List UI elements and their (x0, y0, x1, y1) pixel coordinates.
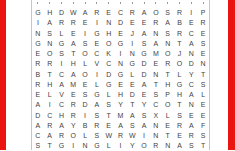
grid-cell-r3c1: S (44, 28, 56, 38)
grid-cell-r1c12: R (174, 8, 186, 18)
grid-cell-r6c2: I (56, 59, 68, 69)
grid-cell-r8c11: H (162, 79, 174, 89)
grid-cell-r11c12: S (174, 110, 186, 120)
grid-cell-r7c13: Y (185, 69, 197, 79)
grid-cell-r6c6: C (103, 59, 115, 69)
grid-cell-r1c2: D (56, 8, 68, 18)
grid-cell-r12c1: R (44, 120, 56, 130)
grid-cell-r5c2: S (56, 49, 68, 59)
page-frame-left (0, 0, 6, 150)
grid-cell-r10c9: Y (138, 100, 150, 110)
grid-cell-r9c3: E (67, 90, 79, 100)
clipped-top-row (32, 0, 209, 4)
grid-cell-r9c1: L (44, 90, 56, 100)
grid-cell-r10c12: T (174, 100, 186, 110)
grid-cell-r9c9: E (138, 90, 150, 100)
grid-cell-r11c1: C (44, 110, 56, 120)
grid-cell-r8c14: S (197, 79, 209, 89)
grid-cell-r1c8: R (126, 8, 138, 18)
grid-cell-r6c8: G (126, 59, 138, 69)
grid-cell-r6c3: H (67, 59, 79, 69)
grid-cell-r12c10: N (150, 120, 162, 130)
grid-cell-r12c4: B (79, 120, 91, 130)
grid-cell-r12c8: S (126, 120, 138, 130)
clipped-letter-tip (185, 0, 197, 4)
grid-cell-r13c1: A (44, 131, 56, 141)
grid-cell-r5c4: O (79, 49, 91, 59)
grid-cell-r3c3: E (67, 28, 79, 38)
grid-cell-r14c4: N (79, 141, 91, 150)
grid-cell-r13c12: E (174, 131, 186, 141)
grid-cell-r4c7: G (115, 38, 127, 48)
clipped-letter-tip (79, 0, 91, 4)
grid-cell-r10c3: R (67, 100, 79, 110)
grid-cell-r10c10: C (150, 100, 162, 110)
clipped-letter-tip (115, 0, 127, 4)
grid-cell-r8c6: G (103, 79, 115, 89)
grid-cell-r14c1: T (44, 141, 56, 150)
grid-cell-r11c11: L (162, 110, 174, 120)
grid-cell-r2c14: R (197, 18, 209, 28)
grid-cell-r14c7: I (115, 141, 127, 150)
grid-cell-r1c0: G (32, 8, 44, 18)
grid-cell-r7c8: L (126, 69, 138, 79)
grid-cell-r1c3: W (67, 8, 79, 18)
grid-cell-r2c2: R (56, 18, 68, 28)
grid-cell-r3c9: A (138, 28, 150, 38)
grid-cell-r8c0: R (32, 79, 44, 89)
grid-cell-r2c10: R (150, 18, 162, 28)
grid-cell-r9c6: L (103, 90, 115, 100)
page-frame-right (228, 0, 235, 150)
grid-cell-r4c1: N (44, 38, 56, 48)
grid-cell-r7c5: I (91, 69, 103, 79)
clipped-letter-tip (162, 0, 174, 4)
grid-cell-r12c5: R (91, 120, 103, 130)
grid-cell-r10c14: E (197, 100, 209, 110)
grid-cell-r6c5: V (91, 59, 103, 69)
grid-cell-r8c3: M (67, 79, 79, 89)
grid-cell-r1c1: H (44, 8, 56, 18)
grid-cell-r6c12: O (174, 59, 186, 69)
grid-cell-r14c6: L (103, 141, 115, 150)
grid-cell-r12c3: Y (67, 120, 79, 130)
grid-cell-r1c13: I (185, 8, 197, 18)
grid-cell-r8c7: E (115, 79, 127, 89)
grid-cell-r1c9: A (138, 8, 150, 18)
grid-cell-r7c1: T (44, 69, 56, 79)
grid-cell-r7c12: L (174, 69, 186, 79)
grid-cell-r13c3: O (67, 131, 79, 141)
grid-cell-r1c11: S (162, 8, 174, 18)
grid-cell-r11c4: I (79, 110, 91, 120)
grid-cell-r4c8: I (126, 38, 138, 48)
grid-cell-r13c6: W (103, 131, 115, 141)
grid-cell-r7c3: A (67, 69, 79, 79)
grid-cell-r2c3: R (67, 18, 79, 28)
grid-cell-r14c5: G (91, 141, 103, 150)
grid-cell-r4c0: G (32, 38, 44, 48)
grid-cell-r5c5: C (91, 49, 103, 59)
grid-cell-r2c13: E (185, 18, 197, 28)
grid-cell-r4c6: O (103, 38, 115, 48)
grid-cell-r1c14: P (197, 8, 209, 18)
grid-cell-r3c10: N (150, 28, 162, 38)
grid-cell-r3c12: R (174, 28, 186, 38)
grid-cell-r4c2: G (56, 38, 68, 48)
grid-cell-r5c9: G (138, 49, 150, 59)
grid-cell-r14c2: G (56, 141, 68, 150)
grid-cell-r5c12: J (174, 49, 186, 59)
grid-cell-r8c13: C (185, 79, 197, 89)
grid-cell-r3c7: E (115, 28, 127, 38)
grid-cell-r12c7: A (115, 120, 127, 130)
grid-cell-r10c4: D (79, 100, 91, 110)
grid-cell-r5c13: N (185, 49, 197, 59)
word-search-puzzle: GHDWARECRAOSRIPIARREINDEERABERNSLEIGHEJA… (31, 0, 210, 150)
grid-cell-r3c11: S (162, 28, 174, 38)
grid-cell-r9c2: V (56, 90, 68, 100)
grid-cell-r1c10: O (150, 8, 162, 18)
grid-cell-r5c1: O (44, 49, 56, 59)
grid-cell-r6c11: R (162, 59, 174, 69)
grid-cell-r4c10: A (150, 38, 162, 48)
grid-cell-r14c3: I (67, 141, 79, 150)
grid-cell-r14c11: N (162, 141, 174, 150)
grid-cell-r10c8: T (126, 100, 138, 110)
grid-cell-r11c13: E (185, 110, 197, 120)
grid-cell-r10c11: O (162, 100, 174, 110)
clipped-letter-tip (150, 0, 162, 4)
grid-cell-r7c2: C (56, 69, 68, 79)
grid-cell-r6c0: R (32, 59, 44, 69)
grid-cell-r7c7: G (115, 69, 127, 79)
grid-cell-r14c14: T (197, 141, 209, 150)
grid-cell-r11c9: S (138, 110, 150, 120)
grid-cell-r13c4: L (79, 131, 91, 141)
grid-cell-r3c14: E (197, 28, 209, 38)
clipped-letter-tip (197, 0, 209, 4)
grid-cell-r3c0: N (32, 28, 44, 38)
clipped-letter-tip (67, 0, 79, 4)
grid-cell-r13c0: C (32, 131, 44, 141)
grid-cell-r13c13: R (185, 131, 197, 141)
grid-cell-r5c14: E (197, 49, 209, 59)
grid-cell-r4c3: A (67, 38, 79, 48)
grid-cell-r11c6: T (103, 110, 115, 120)
grid-cell-r11c14: E (197, 110, 209, 120)
grid-cell-r10c1: I (44, 100, 56, 110)
grid-cell-r12c11: E (162, 120, 174, 130)
grid-cell-r11c0: D (32, 110, 44, 120)
grid-cell-r9c14: L (197, 90, 209, 100)
grid-cell-r11c10: X (150, 110, 162, 120)
grid-cell-r8c5: L (91, 79, 103, 89)
clipped-letter-tip (126, 0, 138, 4)
grid-cell-r8c1: H (44, 79, 56, 89)
grid-cell-r13c10: N (150, 131, 162, 141)
grid-cell-r12c9: A (138, 120, 150, 130)
grid-cell-r14c0: S (32, 141, 44, 150)
grid-cell-r5c10: M (150, 49, 162, 59)
grid-cell-r4c4: S (79, 38, 91, 48)
grid-cell-r14c8: Y (126, 141, 138, 150)
grid-cell-r10c5: A (91, 100, 103, 110)
grid-cell-r9c12: H (174, 90, 186, 100)
grid-cell-r5c11: O (162, 49, 174, 59)
grid-cell-r6c13: D (185, 59, 197, 69)
grid-cell-r3c13: C (185, 28, 197, 38)
grid-cell-r1c4: A (79, 8, 91, 18)
grid-cell-r10c6: S (103, 100, 115, 110)
grid-cell-r3c4: I (79, 28, 91, 38)
grid-cell-r11c5: S (91, 110, 103, 120)
grid-cell-r12c0: A (32, 120, 44, 130)
grid-cell-r13c7: R (115, 131, 127, 141)
grid-cell-r13c14: S (197, 131, 209, 141)
grid-cell-r4c12: T (174, 38, 186, 48)
grid-cell-r2c0: I (32, 18, 44, 28)
grid-cell-r1c7: C (115, 8, 127, 18)
grid-cell-r14c10: R (150, 141, 162, 150)
grid-cell-r7c0: B (32, 69, 44, 79)
grid-cell-r7c6: D (103, 69, 115, 79)
grid-cell-r9c4: S (79, 90, 91, 100)
clipped-letter-tip (91, 0, 103, 4)
grid-cell-r4c11: N (162, 38, 174, 48)
grid-cell-r3c6: H (103, 28, 115, 38)
grid-cell-r5c7: I (115, 49, 127, 59)
grid-cell-r7c11: T (162, 69, 174, 79)
grid-cell-r5c6: K (103, 49, 115, 59)
grid-cell-r2c5: I (91, 18, 103, 28)
grid-cell-r7c4: O (79, 69, 91, 79)
grid-cell-r1c5: R (91, 8, 103, 18)
grid-cell-r2c8: E (126, 18, 138, 28)
grid-cell-r4c5: E (91, 38, 103, 48)
grid-cell-r7c10: N (150, 69, 162, 79)
grid-cell-r9c10: S (150, 90, 162, 100)
grid-cell-r13c11: T (162, 131, 174, 141)
grid-cell-r2c1: A (44, 18, 56, 28)
grid-cell-r6c9: D (138, 59, 150, 69)
grid-cell-r8c9: A (138, 79, 150, 89)
grid-cell-r12c12: R (174, 120, 186, 130)
grid-cell-r14c9: O (138, 141, 150, 150)
grid-cell-r11c3: R (67, 110, 79, 120)
grid-cell-r9c7: H (115, 90, 127, 100)
grid-cell-r8c10: T (150, 79, 162, 89)
grid-cell-r10c7: Y (115, 100, 127, 110)
grid-cell-r11c2: H (56, 110, 68, 120)
grid-cell-r9c11: P (162, 90, 174, 100)
grid-cell-r9c13: A (185, 90, 197, 100)
grid-cell-r7c14: T (197, 69, 209, 79)
grid-cell-r9c5: G (91, 90, 103, 100)
clipped-letter-tip (56, 0, 68, 4)
grid-cell-r8c12: G (174, 79, 186, 89)
grid-cell-r2c7: D (115, 18, 127, 28)
grid-cell-r4c9: S (138, 38, 150, 48)
clipped-letter-tip (44, 0, 56, 4)
grid-cell-r2c9: E (138, 18, 150, 28)
clipped-letter-tip (174, 0, 186, 4)
grid-cell-r10c2: C (56, 100, 68, 110)
grid-cell-r6c7: N (115, 59, 127, 69)
clipped-letter-tip (103, 0, 115, 4)
grid-cell-r8c2: A (56, 79, 68, 89)
grid-cell-r5c3: T (67, 49, 79, 59)
grid-cell-r5c8: N (126, 49, 138, 59)
grid-cell-r2c4: E (79, 18, 91, 28)
grid-cell-r12c6: E (103, 120, 115, 130)
grid-cell-r12c13: A (185, 120, 197, 130)
grid-cell-r4c13: A (185, 38, 197, 48)
grid-cell-r13c8: W (126, 131, 138, 141)
grid-cell-r9c0: E (32, 90, 44, 100)
grid-cell-r3c5: G (91, 28, 103, 38)
letter-grid: GHDWARECRAOSRIPIARREINDEERABERNSLEIGHEJA… (32, 8, 209, 151)
grid-cell-r12c2: A (56, 120, 68, 130)
grid-cell-r10c13: N (185, 100, 197, 110)
grid-cell-r3c2: L (56, 28, 68, 38)
grid-cell-r6c4: L (79, 59, 91, 69)
clipped-letter-tip (138, 0, 150, 4)
grid-cell-r2c11: A (162, 18, 174, 28)
clipped-letter-tip (32, 0, 44, 4)
grid-cell-r2c6: N (103, 18, 115, 28)
grid-cell-r4c14: S (197, 38, 209, 48)
grid-cell-r8c8: E (126, 79, 138, 89)
grid-cell-r3c8: J (126, 28, 138, 38)
grid-cell-r6c14: N (197, 59, 209, 69)
word-search-page: GHDWARECRAOSRIPIARREINDEERABERNSLEIGHEJA… (0, 0, 235, 150)
grid-cell-r6c10: E (150, 59, 162, 69)
grid-cell-r14c12: A (174, 141, 186, 150)
grid-cell-r13c9: I (138, 131, 150, 141)
grid-cell-r6c1: R (44, 59, 56, 69)
grid-cell-r8c4: E (79, 79, 91, 89)
grid-cell-r11c8: A (126, 110, 138, 120)
grid-cell-r13c2: R (56, 131, 68, 141)
grid-cell-r12c14: F (197, 120, 209, 130)
grid-cell-r10c0: A (32, 100, 44, 110)
grid-cell-r11c7: M (115, 110, 127, 120)
grid-cell-r14c13: S (185, 141, 197, 150)
grid-cell-r9c8: D (126, 90, 138, 100)
grid-cell-r2c12: B (174, 18, 186, 28)
grid-cell-r7c9: D (138, 69, 150, 79)
grid-cell-r13c5: S (91, 131, 103, 141)
grid-cell-r5c0: E (32, 49, 44, 59)
grid-cell-r1c6: E (103, 8, 115, 18)
